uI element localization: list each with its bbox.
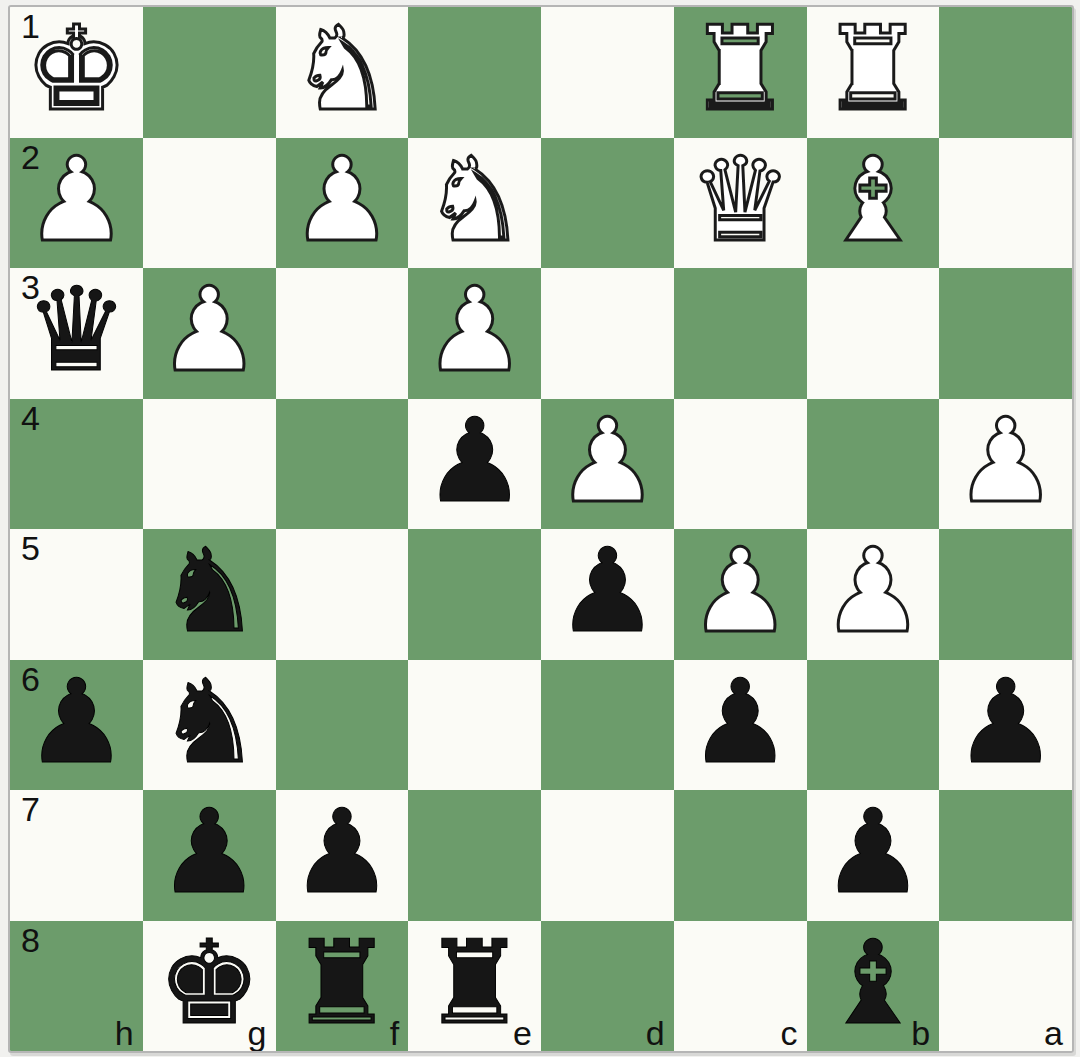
square-c4[interactable] <box>674 399 807 530</box>
square-d3[interactable] <box>541 268 674 399</box>
square-c3[interactable] <box>674 268 807 399</box>
square-h8[interactable]: 8h <box>10 921 143 1052</box>
square-c1[interactable]: ♜ <box>674 7 807 138</box>
square-a4[interactable]: ♟ <box>939 399 1072 530</box>
square-e1[interactable] <box>408 7 541 138</box>
square-b6[interactable] <box>807 660 940 791</box>
square-f3[interactable] <box>276 268 409 399</box>
square-d5[interactable]: ♟ <box>541 529 674 660</box>
black-rook-piece: ♜ <box>423 925 527 1041</box>
white-pawn-piece: ♟ <box>821 533 925 649</box>
square-a8[interactable]: a <box>939 921 1072 1052</box>
square-a3[interactable] <box>939 268 1072 399</box>
rank-label-5: 5 <box>21 530 40 567</box>
square-f8[interactable]: f♜ <box>276 921 409 1052</box>
square-a6[interactable]: ♟ <box>939 660 1072 791</box>
square-d1[interactable] <box>541 7 674 138</box>
square-f7[interactable]: ♟ <box>276 790 409 921</box>
square-g1[interactable] <box>143 7 276 138</box>
black-pawn-piece: ♟ <box>688 664 792 780</box>
square-g8[interactable]: g♚ <box>143 921 276 1052</box>
square-h5[interactable]: 5 <box>10 529 143 660</box>
black-king-piece: ♚ <box>157 925 261 1041</box>
square-a1[interactable] <box>939 7 1072 138</box>
white-rook-piece: ♜ <box>821 11 925 127</box>
file-label-h: h <box>115 1016 134 1050</box>
square-d7[interactable] <box>541 790 674 921</box>
square-b4[interactable] <box>807 399 940 530</box>
board-frame: 1♚♞♜♜2♟♟♞♛♝3♛♟♟4♟♟♟5♞♟♟♟6♟♞♟♟7♟♟♟8hg♚f♜e… <box>8 5 1074 1053</box>
square-c7[interactable] <box>674 790 807 921</box>
black-rook-piece: ♜ <box>290 925 394 1041</box>
square-g3[interactable]: ♟ <box>143 268 276 399</box>
chess-board: 1♚♞♜♜2♟♟♞♛♝3♛♟♟4♟♟♟5♞♟♟♟6♟♞♟♟7♟♟♟8hg♚f♜e… <box>10 7 1072 1051</box>
black-knight-piece: ♞ <box>157 664 261 780</box>
square-e4[interactable]: ♟ <box>408 399 541 530</box>
white-pawn-piece: ♟ <box>954 403 1058 519</box>
square-a5[interactable] <box>939 529 1072 660</box>
square-b5[interactable]: ♟ <box>807 529 940 660</box>
black-pawn-piece: ♟ <box>157 794 261 910</box>
square-e8[interactable]: e♜ <box>408 921 541 1052</box>
white-pawn-piece: ♟ <box>423 272 527 388</box>
square-g4[interactable] <box>143 399 276 530</box>
square-f5[interactable] <box>276 529 409 660</box>
white-bishop-piece: ♝ <box>821 142 925 258</box>
square-e3[interactable]: ♟ <box>408 268 541 399</box>
square-g6[interactable]: ♞ <box>143 660 276 791</box>
square-h4[interactable]: 4 <box>10 399 143 530</box>
square-f1[interactable]: ♞ <box>276 7 409 138</box>
black-pawn-piece: ♟ <box>954 664 1058 780</box>
square-e7[interactable] <box>408 790 541 921</box>
square-c5[interactable]: ♟ <box>674 529 807 660</box>
square-d6[interactable] <box>541 660 674 791</box>
square-f2[interactable]: ♟ <box>276 138 409 269</box>
square-h1[interactable]: 1♚ <box>10 7 143 138</box>
square-c8[interactable]: c <box>674 921 807 1052</box>
square-f4[interactable] <box>276 399 409 530</box>
black-pawn-piece: ♟ <box>423 403 527 519</box>
square-b2[interactable]: ♝ <box>807 138 940 269</box>
rank-label-8: 8 <box>21 922 40 959</box>
square-b8[interactable]: b♝ <box>807 921 940 1052</box>
white-pawn-piece: ♟ <box>24 142 128 258</box>
square-a2[interactable] <box>939 138 1072 269</box>
white-pawn-piece: ♟ <box>688 533 792 649</box>
black-pawn-piece: ♟ <box>821 794 925 910</box>
square-d4[interactable]: ♟ <box>541 399 674 530</box>
square-f6[interactable] <box>276 660 409 791</box>
white-pawn-piece: ♟ <box>157 272 261 388</box>
square-c2[interactable]: ♛ <box>674 138 807 269</box>
file-label-a: a <box>1044 1016 1063 1050</box>
black-queen-piece: ♛ <box>24 272 128 388</box>
white-pawn-piece: ♟ <box>555 403 659 519</box>
white-queen-piece: ♛ <box>688 142 792 258</box>
black-pawn-piece: ♟ <box>290 794 394 910</box>
file-label-d: d <box>646 1016 665 1050</box>
square-h6[interactable]: 6♟ <box>10 660 143 791</box>
white-rook-piece: ♜ <box>688 11 792 127</box>
square-d8[interactable]: d <box>541 921 674 1052</box>
square-h7[interactable]: 7 <box>10 790 143 921</box>
square-e2[interactable]: ♞ <box>408 138 541 269</box>
black-bishop-piece: ♝ <box>821 925 925 1041</box>
square-h3[interactable]: 3♛ <box>10 268 143 399</box>
white-pawn-piece: ♟ <box>290 142 394 258</box>
square-g5[interactable]: ♞ <box>143 529 276 660</box>
black-pawn-piece: ♟ <box>24 664 128 780</box>
square-g7[interactable]: ♟ <box>143 790 276 921</box>
square-e5[interactable] <box>408 529 541 660</box>
square-b1[interactable]: ♜ <box>807 7 940 138</box>
white-king-piece: ♚ <box>24 11 128 127</box>
square-h2[interactable]: 2♟ <box>10 138 143 269</box>
rank-label-7: 7 <box>21 791 40 828</box>
file-label-c: c <box>781 1016 798 1050</box>
white-knight-piece: ♞ <box>423 142 527 258</box>
square-b7[interactable]: ♟ <box>807 790 940 921</box>
black-pawn-piece: ♟ <box>555 533 659 649</box>
square-d2[interactable] <box>541 138 674 269</box>
square-e6[interactable] <box>408 660 541 791</box>
square-c6[interactable]: ♟ <box>674 660 807 791</box>
white-knight-piece: ♞ <box>290 11 394 127</box>
square-a7[interactable] <box>939 790 1072 921</box>
square-g2[interactable] <box>143 138 276 269</box>
square-b3[interactable] <box>807 268 940 399</box>
rank-label-4: 4 <box>21 400 40 437</box>
black-knight-piece: ♞ <box>157 533 261 649</box>
